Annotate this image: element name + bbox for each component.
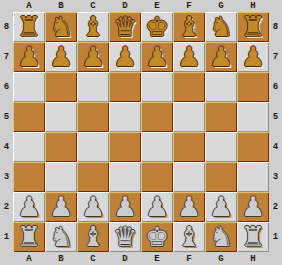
square-d5[interactable] [109, 102, 141, 132]
square-g4[interactable] [205, 132, 237, 162]
black-pawn-b7[interactable]: ♟ [49, 43, 73, 70]
chess-board: ♜♞♝♛♚♝♞♜♟♟♟♟♟♟♟♟♟♟♟♟♟♟♟♟♜♞♝♛♚♝♞♜ [13, 12, 269, 252]
black-queen-d8[interactable]: ♛ [113, 13, 137, 40]
rank-label-5: 5 [269, 102, 282, 132]
white-bishop-c1[interactable]: ♝ [81, 223, 105, 250]
square-a2[interactable]: ♟ [13, 192, 45, 222]
file-labels-bottom: ABCDEFGH [13, 252, 269, 265]
square-g1[interactable]: ♞ [205, 222, 237, 252]
white-pawn-h2[interactable]: ♟ [241, 193, 265, 220]
square-f5[interactable] [173, 102, 205, 132]
square-a3[interactable] [13, 162, 45, 192]
square-e2[interactable]: ♟ [141, 192, 173, 222]
rank-label-4: 4 [269, 132, 282, 162]
square-a7[interactable]: ♟ [13, 42, 45, 72]
square-e3[interactable] [141, 162, 173, 192]
white-rook-h1[interactable]: ♜ [241, 223, 265, 250]
square-b7[interactable]: ♟ [45, 42, 77, 72]
square-h4[interactable] [237, 132, 269, 162]
square-a4[interactable] [13, 132, 45, 162]
square-h5[interactable] [237, 102, 269, 132]
white-pawn-b2[interactable]: ♟ [49, 193, 73, 220]
rank-label-6: 6 [269, 72, 282, 102]
square-a1[interactable]: ♜ [13, 222, 45, 252]
file-label-f: F [173, 252, 205, 265]
rank-label-7: 7 [269, 42, 282, 72]
rank-label-6: 6 [0, 72, 13, 102]
square-f3[interactable] [173, 162, 205, 192]
square-c5[interactable] [77, 102, 109, 132]
rank-label-4: 4 [0, 132, 13, 162]
file-label-e: E [141, 252, 173, 265]
square-g2[interactable]: ♟ [205, 192, 237, 222]
square-d8[interactable]: ♛ [109, 12, 141, 42]
square-b2[interactable]: ♟ [45, 192, 77, 222]
white-knight-b1[interactable]: ♞ [49, 223, 73, 250]
square-b8[interactable]: ♞ [45, 12, 77, 42]
rank-label-1: 1 [269, 222, 282, 252]
square-c3[interactable] [77, 162, 109, 192]
square-g3[interactable] [205, 162, 237, 192]
square-h3[interactable] [237, 162, 269, 192]
square-e4[interactable] [141, 132, 173, 162]
black-pawn-h7[interactable]: ♟ [241, 43, 265, 70]
white-bishop-f1[interactable]: ♝ [177, 223, 201, 250]
white-rook-a1[interactable]: ♜ [17, 223, 41, 250]
white-queen-d1[interactable]: ♛ [113, 223, 137, 250]
square-b1[interactable]: ♞ [45, 222, 77, 252]
black-king-e8[interactable]: ♚ [145, 13, 169, 40]
square-h8[interactable]: ♜ [237, 12, 269, 42]
white-pawn-e2[interactable]: ♟ [145, 193, 169, 220]
rank-label-2: 2 [269, 192, 282, 222]
square-g5[interactable] [205, 102, 237, 132]
square-d6[interactable] [109, 72, 141, 102]
square-d7[interactable]: ♟ [109, 42, 141, 72]
white-pawn-d2[interactable]: ♟ [113, 193, 137, 220]
rank-label-3: 3 [0, 162, 13, 192]
square-f6[interactable] [173, 72, 205, 102]
white-pawn-f2[interactable]: ♟ [177, 193, 201, 220]
square-h6[interactable] [237, 72, 269, 102]
file-label-a: A [13, 252, 45, 265]
black-pawn-f7[interactable]: ♟ [177, 43, 201, 70]
rank-label-5: 5 [0, 102, 13, 132]
square-c1[interactable]: ♝ [77, 222, 109, 252]
square-d1[interactable]: ♛ [109, 222, 141, 252]
square-g6[interactable] [205, 72, 237, 102]
square-c6[interactable] [77, 72, 109, 102]
square-c2[interactable]: ♟ [77, 192, 109, 222]
white-pawn-c2[interactable]: ♟ [81, 193, 105, 220]
white-king-e1[interactable]: ♚ [145, 223, 169, 250]
rank-label-7: 7 [0, 42, 13, 72]
square-f1[interactable]: ♝ [173, 222, 205, 252]
black-pawn-a7[interactable]: ♟ [17, 43, 41, 70]
rank-labels-left: 87654321 [0, 12, 13, 252]
square-e5[interactable] [141, 102, 173, 132]
square-b3[interactable] [45, 162, 77, 192]
white-pawn-a2[interactable]: ♟ [17, 193, 41, 220]
square-e6[interactable] [141, 72, 173, 102]
square-e1[interactable]: ♚ [141, 222, 173, 252]
rank-labels-right: 87654321 [269, 12, 282, 252]
black-bishop-c8[interactable]: ♝ [81, 13, 105, 40]
square-e8[interactable]: ♚ [141, 12, 173, 42]
rank-label-2: 2 [0, 192, 13, 222]
black-bishop-f8[interactable]: ♝ [177, 13, 201, 40]
black-rook-h8[interactable]: ♜ [241, 13, 265, 40]
square-f4[interactable] [173, 132, 205, 162]
file-label-b: B [45, 252, 77, 265]
square-g8[interactable]: ♞ [205, 12, 237, 42]
file-label-d: D [109, 252, 141, 265]
file-label-h: H [237, 252, 269, 265]
black-knight-b8[interactable]: ♞ [49, 13, 73, 40]
square-a8[interactable]: ♜ [13, 12, 45, 42]
square-g7[interactable]: ♟ [205, 42, 237, 72]
black-pawn-d7[interactable]: ♟ [113, 43, 137, 70]
square-d2[interactable]: ♟ [109, 192, 141, 222]
square-d3[interactable] [109, 162, 141, 192]
white-pawn-g2[interactable]: ♟ [209, 193, 233, 220]
square-b4[interactable] [45, 132, 77, 162]
black-pawn-c7[interactable]: ♟ [81, 43, 105, 70]
black-pawn-g7[interactable]: ♟ [209, 43, 233, 70]
black-knight-g8[interactable]: ♞ [209, 13, 233, 40]
square-h7[interactable]: ♟ [237, 42, 269, 72]
file-label-c: C [77, 252, 109, 265]
square-c7[interactable]: ♟ [77, 42, 109, 72]
square-e7[interactable]: ♟ [141, 42, 173, 72]
square-f7[interactable]: ♟ [173, 42, 205, 72]
rank-label-8: 8 [0, 12, 13, 42]
square-a6[interactable] [13, 72, 45, 102]
square-c8[interactable]: ♝ [77, 12, 109, 42]
square-f2[interactable]: ♟ [173, 192, 205, 222]
square-d4[interactable] [109, 132, 141, 162]
rank-label-8: 8 [269, 12, 282, 42]
rank-label-1: 1 [0, 222, 13, 252]
black-pawn-e7[interactable]: ♟ [145, 43, 169, 70]
rank-label-3: 3 [269, 162, 282, 192]
square-a5[interactable] [13, 102, 45, 132]
white-knight-g1[interactable]: ♞ [209, 223, 233, 250]
black-rook-a8[interactable]: ♜ [17, 13, 41, 40]
square-f8[interactable]: ♝ [173, 12, 205, 42]
square-h1[interactable]: ♜ [237, 222, 269, 252]
square-b6[interactable] [45, 72, 77, 102]
square-h2[interactable]: ♟ [237, 192, 269, 222]
chess-app-window: ABCDEFGH 87654321 ♜♞♝♛♚♝♞♜♟♟♟♟♟♟♟♟♟♟♟♟♟♟… [0, 0, 282, 265]
file-label-g: G [205, 252, 237, 265]
square-b5[interactable] [45, 102, 77, 132]
square-c4[interactable] [77, 132, 109, 162]
